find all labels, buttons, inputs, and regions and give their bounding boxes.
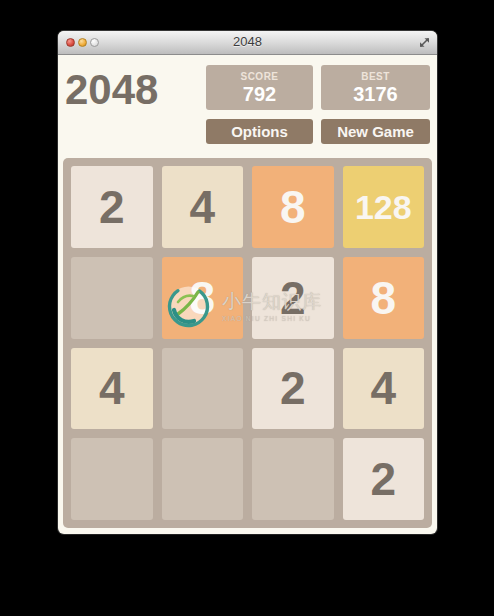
tile-8: 8 [252,166,334,248]
tile-2: 2 [252,257,334,339]
app-window: 2048 2048 SCORE 792 BEST 3176 Options Ne… [58,31,437,534]
resize-icon[interactable] [417,35,432,50]
best-box: BEST 3176 [321,65,430,110]
empty-cell [71,438,153,520]
score-box: SCORE 792 [206,65,313,110]
window-titlebar[interactable]: 2048 [58,31,437,55]
best-label: BEST [321,71,430,83]
tile-2: 2 [252,348,334,430]
tile-2: 2 [343,438,425,520]
game-title: 2048 [65,69,158,111]
tile-128: 128 [343,166,425,248]
score-value: 792 [206,83,313,105]
tile-4: 4 [71,348,153,430]
empty-cell [162,438,244,520]
new-game-button[interactable]: New Game [321,119,430,144]
tile-4: 4 [162,166,244,248]
tile-4: 4 [343,348,425,430]
tile-8: 8 [343,257,425,339]
tile-2: 2 [71,166,153,248]
window-title: 2048 [58,31,437,54]
score-label: SCORE [206,71,313,83]
best-value: 3176 [321,83,430,105]
empty-cell [71,257,153,339]
empty-cell [162,348,244,430]
tile-8: 8 [162,257,244,339]
desktop-background: 2048 2048 SCORE 792 BEST 3176 Options Ne… [0,0,494,616]
options-button[interactable]: Options [206,119,313,144]
game-board: 2481288284242 [63,158,432,528]
empty-cell [252,438,334,520]
